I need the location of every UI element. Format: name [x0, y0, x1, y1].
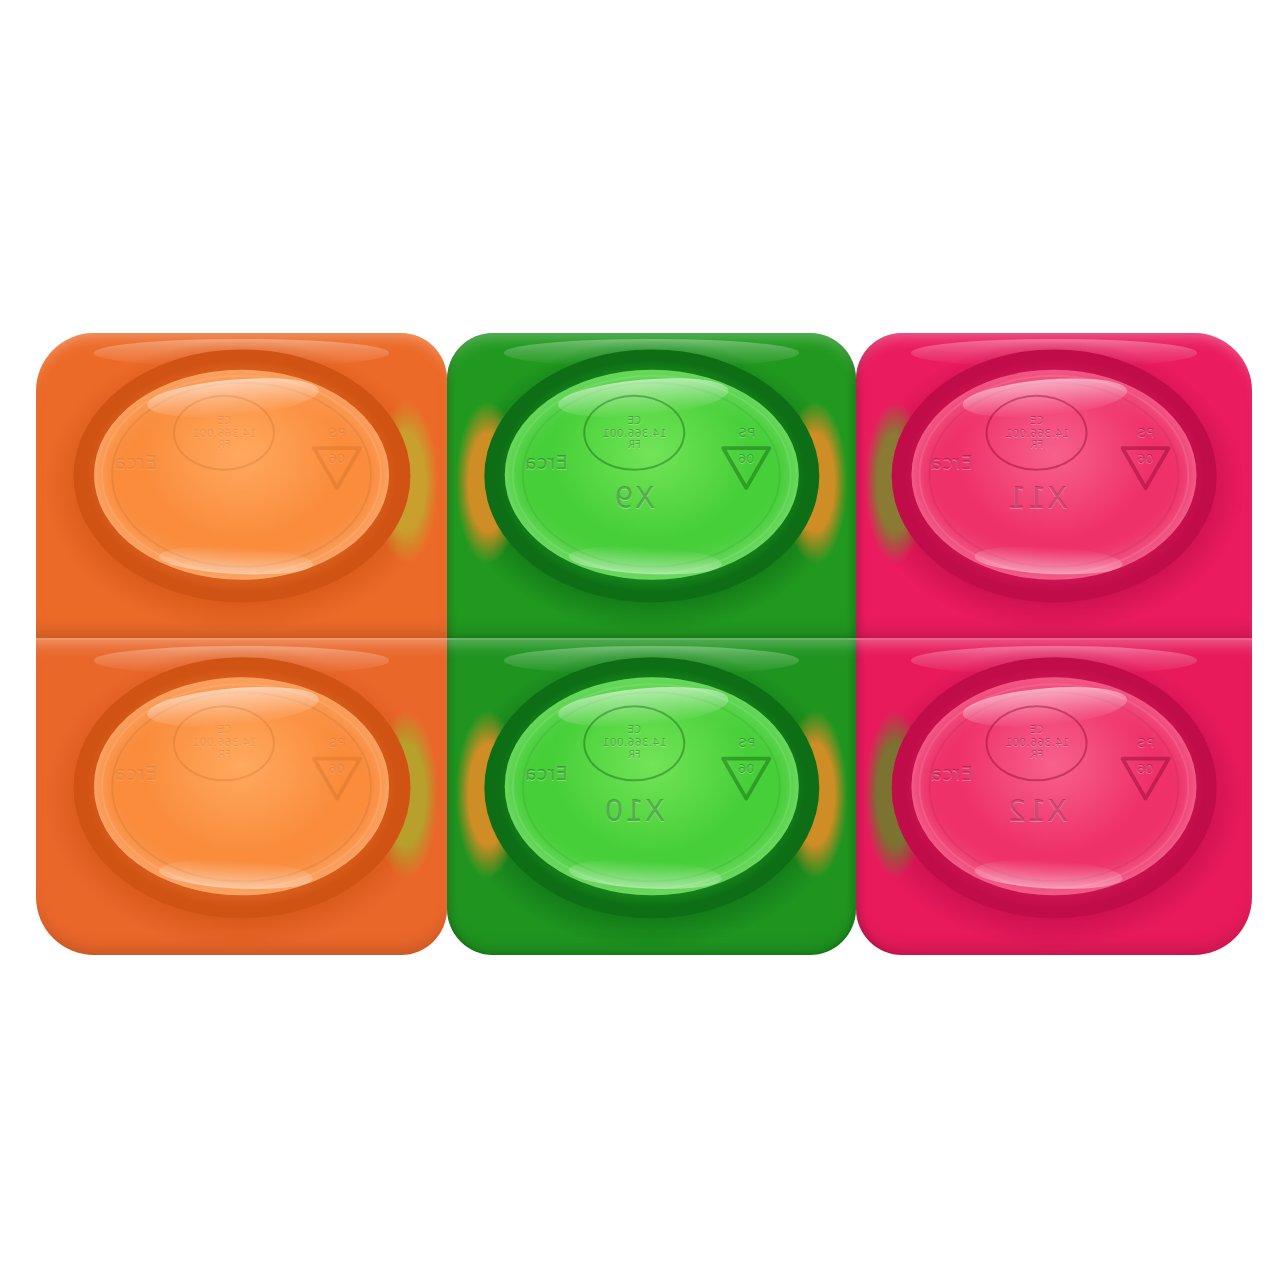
pot-bottom-face: CE 14.366.001 FR PS 06 Erca [94, 678, 390, 895]
yogurt-pot-orange-top: CE 14.366.001 FR PS 06 Erca [36, 333, 447, 638]
resin-identification-code: PS 06 [1113, 441, 1177, 491]
resin-number: 06 [1137, 762, 1154, 777]
embossed-markings-mirrored: CE 14.366.001 FR PS 06 Erca X10 [504, 678, 798, 895]
embossed-markings-mirrored: CE 14.366.001 FR PS 06 Erca X11 [911, 370, 1196, 580]
pot-bottom-face: CE 14.366.001 FR PS 06 Erca X12 [911, 678, 1196, 895]
yogurt-multipack-bottom-view: CE 14.366.001 FR PS 06 Erca [36, 333, 1252, 955]
stamp-line: FR [217, 439, 230, 451]
recycling-triangle-icon [1117, 441, 1173, 491]
stamp-line: FR [217, 749, 230, 761]
stamp-line: 14.366.001 [602, 737, 666, 750]
stamp-line: CE [1030, 725, 1043, 737]
stamp-line: 14.366.001 [602, 426, 666, 439]
resin-identification-code: PS 06 [304, 441, 368, 491]
fr-health-stamp: CE 14.366.001 FR [986, 705, 1088, 781]
pot-bottom-face: CE 14.366.001 FR PS 06 Erca X9 [504, 370, 798, 580]
material-label: PS [327, 424, 345, 439]
material-label: PS [1136, 736, 1154, 751]
material-label: PS [1136, 424, 1154, 439]
mould-cavity-number: X12 [1006, 793, 1068, 828]
recycling-triangle-icon [718, 753, 774, 803]
pot-bottom-face: CE 14.366.001 FR PS 06 Erca X10 [504, 678, 798, 895]
yogurt-pot-green-bottom: CE 14.366.001 FR PS 06 Erca X10 [447, 638, 856, 955]
mould-cavity-number: X11 [1006, 480, 1068, 515]
resin-identification-code: PS 06 [304, 753, 368, 803]
maker-mark: Erca [930, 762, 974, 784]
fr-health-stamp: CE 14.366.001 FR [583, 705, 685, 781]
fr-health-stamp: CE 14.366.001 FR [173, 705, 275, 781]
resin-number: 06 [737, 450, 754, 465]
pot-bottom-face: CE 14.366.001 FR PS 06 Erca X11 [911, 370, 1196, 580]
pot-bottom-face: CE 14.366.001 FR PS 06 Erca [94, 370, 390, 580]
material-label: PS [327, 736, 345, 751]
maker-mark: Erca [113, 762, 157, 784]
resin-number: 06 [737, 762, 754, 777]
fr-health-stamp: CE 14.366.001 FR [583, 395, 685, 471]
yogurt-pot-pink-bottom: CE 14.366.001 FR PS 06 Erca X12 [856, 638, 1252, 955]
embossed-markings-mirrored: CE 14.366.001 FR PS 06 Erca [94, 370, 390, 580]
stamp-line: 14.366.001 [1005, 737, 1069, 750]
stamp-line: FR [1031, 439, 1044, 451]
mould-cavity-number: X10 [603, 793, 665, 828]
material-label: PS [737, 736, 755, 751]
maker-mark: Erca [930, 451, 974, 473]
embossed-markings-mirrored: CE 14.366.001 FR PS 06 Erca [94, 678, 390, 895]
maker-mark: Erca [113, 451, 157, 473]
stamp-line: CE [1030, 414, 1043, 426]
stamp-line: FR [628, 439, 641, 451]
recycling-triangle-icon [308, 441, 364, 491]
resin-number: 06 [328, 762, 345, 777]
mould-cavity-number: X9 [613, 480, 655, 515]
material-label: PS [737, 424, 755, 439]
yogurt-pot-pink-top: CE 14.366.001 FR PS 06 Erca X11 [856, 333, 1252, 638]
embossed-markings-mirrored: CE 14.366.001 FR PS 06 Erca X12 [911, 678, 1196, 895]
stamp-line: 14.366.001 [192, 426, 256, 439]
yogurt-pot-orange-bottom: CE 14.366.001 FR PS 06 Erca [36, 638, 447, 955]
fr-health-stamp: CE 14.366.001 FR [173, 395, 275, 471]
stamp-line: CE [217, 725, 230, 737]
recycling-triangle-icon [308, 753, 364, 803]
recycling-triangle-icon [718, 441, 774, 491]
stamp-line: CE [627, 414, 640, 426]
fr-health-stamp: CE 14.366.001 FR [986, 395, 1088, 471]
stamp-line: FR [628, 749, 641, 761]
resin-number: 06 [328, 450, 345, 465]
stamp-line: 14.366.001 [192, 737, 256, 750]
stamp-line: CE [217, 414, 230, 426]
maker-mark: Erca [524, 762, 568, 784]
stamp-line: FR [1031, 749, 1044, 761]
embossed-markings-mirrored: CE 14.366.001 FR PS 06 Erca X9 [504, 370, 798, 580]
resin-number: 06 [1137, 450, 1154, 465]
maker-mark: Erca [524, 451, 568, 473]
resin-identification-code: PS 06 [714, 753, 778, 803]
resin-identification-code: PS 06 [714, 441, 778, 491]
recycling-triangle-icon [1117, 753, 1173, 803]
stamp-line: CE [627, 725, 640, 737]
resin-identification-code: PS 06 [1113, 753, 1177, 803]
stamp-line: 14.366.001 [1005, 426, 1069, 439]
yogurt-pot-green-top: CE 14.366.001 FR PS 06 Erca X9 [447, 333, 856, 638]
